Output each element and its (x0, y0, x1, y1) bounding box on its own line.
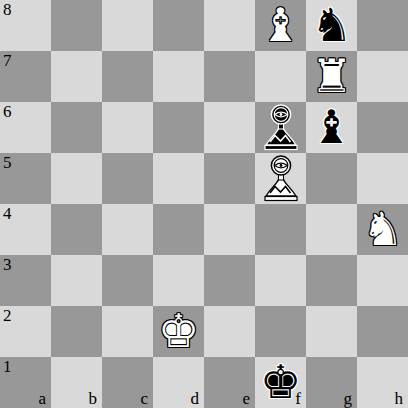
square-d7[interactable] (153, 51, 204, 102)
square-g8[interactable]: ♞ (306, 0, 357, 51)
square-d4[interactable] (153, 204, 204, 255)
file-label-d: d (191, 390, 200, 407)
square-b5[interactable] (51, 153, 102, 204)
file-label-b: b (89, 390, 98, 407)
square-d6[interactable] (153, 102, 204, 153)
square-c3[interactable] (102, 255, 153, 306)
square-c1[interactable]: c (102, 357, 153, 408)
square-d8[interactable] (153, 0, 204, 51)
square-e4[interactable] (204, 204, 255, 255)
rank-label-6: 6 (3, 103, 12, 120)
white-knight[interactable]: ♞ (362, 204, 403, 255)
square-f6[interactable] (255, 102, 306, 153)
square-g3[interactable] (306, 255, 357, 306)
square-c6[interactable] (102, 102, 153, 153)
white-rook[interactable]: ♜ (311, 51, 352, 102)
square-a2[interactable]: 2 (0, 306, 51, 357)
rank-label-4: 4 (3, 205, 12, 222)
chess-board: 8♝♞7♜6♝54♞32♚1abcdef♚gh (0, 0, 408, 408)
file-label-g: g (344, 390, 353, 407)
square-a6[interactable]: 6 (0, 102, 51, 153)
rank-label-7: 7 (3, 52, 12, 69)
rank-label-2: 2 (3, 307, 12, 324)
square-g5[interactable] (306, 153, 357, 204)
rank-label-3: 3 (3, 256, 12, 273)
square-c4[interactable] (102, 204, 153, 255)
square-c8[interactable] (102, 0, 153, 51)
square-c5[interactable] (102, 153, 153, 204)
square-d2[interactable]: ♚ (153, 306, 204, 357)
square-h8[interactable] (357, 0, 408, 51)
white-bishop[interactable]: ♝ (260, 0, 301, 51)
square-f8[interactable]: ♝ (255, 0, 306, 51)
black-knight[interactable]: ♞ (311, 0, 352, 51)
square-a4[interactable]: 4 (0, 204, 51, 255)
square-c2[interactable] (102, 306, 153, 357)
square-e3[interactable] (204, 255, 255, 306)
square-h7[interactable] (357, 51, 408, 102)
square-h4[interactable]: ♞ (357, 204, 408, 255)
square-e8[interactable] (204, 0, 255, 51)
square-d1[interactable]: d (153, 357, 204, 408)
square-f3[interactable] (255, 255, 306, 306)
square-b4[interactable] (51, 204, 102, 255)
rank-label-5: 5 (3, 154, 12, 171)
white-fairy-eye-piece[interactable] (259, 155, 303, 202)
file-label-e: e (242, 390, 250, 407)
square-b8[interactable] (51, 0, 102, 51)
black-king[interactable]: ♚ (260, 357, 301, 408)
square-a1[interactable]: 1a (0, 357, 51, 408)
file-label-h: h (395, 390, 404, 407)
square-f1[interactable]: f♚ (255, 357, 306, 408)
square-h2[interactable] (357, 306, 408, 357)
square-e1[interactable]: e (204, 357, 255, 408)
square-h3[interactable] (357, 255, 408, 306)
square-b1[interactable]: b (51, 357, 102, 408)
square-f2[interactable] (255, 306, 306, 357)
square-a5[interactable]: 5 (0, 153, 51, 204)
square-e7[interactable] (204, 51, 255, 102)
square-h5[interactable] (357, 153, 408, 204)
square-f5[interactable] (255, 153, 306, 204)
square-a7[interactable]: 7 (0, 51, 51, 102)
square-g6[interactable]: ♝ (306, 102, 357, 153)
square-g1[interactable]: g (306, 357, 357, 408)
file-label-a: a (38, 390, 46, 407)
square-a8[interactable]: 8 (0, 0, 51, 51)
square-h1[interactable]: h (357, 357, 408, 408)
square-d3[interactable] (153, 255, 204, 306)
file-label-c: c (140, 390, 148, 407)
square-b2[interactable] (51, 306, 102, 357)
black-fairy-eye-piece[interactable] (259, 104, 303, 151)
square-c7[interactable] (102, 51, 153, 102)
square-g7[interactable]: ♜ (306, 51, 357, 102)
square-f7[interactable] (255, 51, 306, 102)
square-e2[interactable] (204, 306, 255, 357)
square-h6[interactable] (357, 102, 408, 153)
square-e5[interactable] (204, 153, 255, 204)
square-b7[interactable] (51, 51, 102, 102)
square-g2[interactable] (306, 306, 357, 357)
rank-label-1: 1 (3, 358, 12, 375)
black-bishop[interactable]: ♝ (311, 102, 352, 153)
square-d5[interactable] (153, 153, 204, 204)
square-e6[interactable] (204, 102, 255, 153)
square-g4[interactable] (306, 204, 357, 255)
square-b6[interactable] (51, 102, 102, 153)
square-f4[interactable] (255, 204, 306, 255)
square-a3[interactable]: 3 (0, 255, 51, 306)
white-king[interactable]: ♚ (158, 306, 199, 357)
rank-label-8: 8 (3, 1, 12, 18)
square-b3[interactable] (51, 255, 102, 306)
